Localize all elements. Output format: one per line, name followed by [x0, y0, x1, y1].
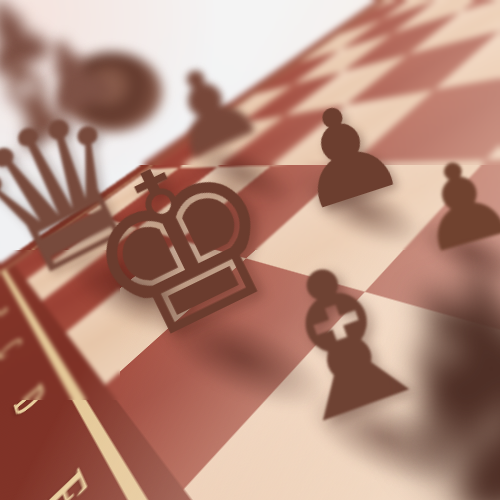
- chess-set-photo: A B C D E F G H ♟ ♝ ♟ ♟ ♟ ♟ ♛ ♚ ♝ ♞: [0, 0, 500, 500]
